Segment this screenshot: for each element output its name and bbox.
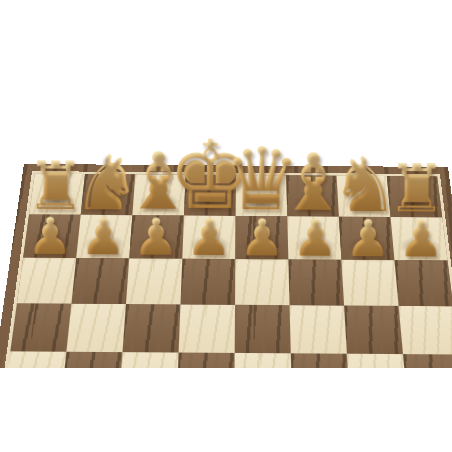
white-pawn-a2[interactable]: ♟	[398, 218, 444, 259]
square-d5[interactable]	[234, 353, 292, 368]
square-e2[interactable]: ♟	[182, 216, 235, 260]
white-pawn-c2[interactable]: ♟	[292, 217, 338, 258]
square-g3[interactable]	[71, 258, 129, 304]
square-c3[interactable]	[288, 259, 344, 305]
square-h4[interactable]	[10, 303, 71, 352]
white-pawn-b2[interactable]: ♟	[345, 217, 391, 258]
white-queen-d1[interactable]: ♛	[223, 145, 301, 215]
square-a2[interactable]: ♟	[391, 217, 448, 261]
square-f2[interactable]: ♟	[129, 215, 184, 259]
square-e3[interactable]	[180, 259, 235, 305]
square-e4[interactable]	[179, 304, 235, 353]
white-pawn-h2[interactable]: ♟	[27, 215, 73, 256]
square-h5[interactable]	[3, 351, 66, 368]
square-d3[interactable]	[235, 259, 290, 305]
square-b5[interactable]	[347, 354, 408, 368]
square-a4[interactable]	[399, 306, 452, 355]
square-b2[interactable]: ♟	[339, 217, 395, 261]
chess-board: ♜♞♝♚♛♝♞♜♟♟♟♟♟♟♟♟	[21, 164, 448, 368]
white-pawn-e2[interactable]: ♟	[186, 216, 232, 257]
board-crop-area: ♜♞♝♚♛♝♞♜♟♟♟♟♟♟♟♟	[0, 0, 452, 368]
square-c2[interactable]: ♟	[287, 216, 341, 260]
square-h3[interactable]	[17, 258, 76, 304]
square-c4[interactable]	[290, 305, 347, 354]
square-d2[interactable]: ♟	[235, 216, 288, 260]
square-f4[interactable]	[122, 304, 180, 353]
square-g2[interactable]: ♟	[76, 215, 132, 259]
board-frame: ♜♞♝♚♛♝♞♜♟♟♟♟♟♟♟♟	[0, 164, 452, 368]
square-b4[interactable]	[344, 305, 403, 354]
square-g4[interactable]	[66, 304, 126, 353]
square-a3[interactable]	[394, 260, 452, 306]
square-b3[interactable]	[341, 260, 398, 306]
white-pawn-g2[interactable]: ♟	[80, 216, 126, 257]
square-a5[interactable]	[403, 354, 452, 368]
board-grid: ♜♞♝♚♛♝♞♜♟♟♟♟♟♟♟♟	[0, 174, 452, 368]
white-knight-g1[interactable]: ♞	[72, 152, 141, 214]
square-d4[interactable]	[235, 305, 291, 354]
square-f3[interactable]	[126, 258, 182, 304]
square-e5[interactable]	[177, 353, 235, 368]
square-f5[interactable]	[119, 352, 179, 368]
product-photo-scene: ♜♞♝♚♛♝♞♜♟♟♟♟♟♟♟♟	[0, 0, 452, 452]
square-h2[interactable]: ♟	[23, 214, 81, 258]
white-pawn-f2[interactable]: ♟	[133, 216, 179, 257]
board-3d-plane: ♜♞♝♚♛♝♞♜♟♟♟♟♟♟♟♟	[0, 164, 452, 368]
white-pawn-d2[interactable]: ♟	[239, 217, 285, 258]
square-c5[interactable]	[291, 353, 350, 368]
square-g5[interactable]	[61, 352, 122, 368]
